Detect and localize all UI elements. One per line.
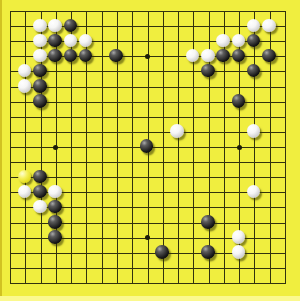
grid-horizontal-line (10, 283, 286, 284)
stone-black (64, 49, 78, 63)
stone-black (155, 245, 169, 259)
stone-black (48, 200, 62, 214)
stone-white (79, 34, 93, 48)
stone-white (170, 124, 184, 138)
stone-white (33, 49, 47, 63)
stone-black (79, 49, 93, 63)
stone-black (216, 49, 230, 63)
stone-white (247, 19, 261, 33)
stone-black (232, 94, 246, 108)
stone-black (48, 230, 62, 244)
grid-vertical-line (285, 11, 286, 284)
hoshi-point (145, 54, 150, 59)
stone-black (48, 215, 62, 229)
stone-black (33, 94, 47, 108)
grid-vertical-line (254, 11, 255, 284)
stone-marker (18, 170, 32, 184)
stone-white (18, 79, 32, 93)
stone-white (232, 34, 246, 48)
stone-black (201, 64, 215, 78)
grid-horizontal-line (10, 162, 286, 163)
stone-white (186, 49, 200, 63)
stone-black (64, 19, 78, 33)
stone-white (247, 185, 261, 199)
stone-white (232, 230, 246, 244)
stone-white (262, 19, 276, 33)
stone-white (48, 19, 62, 33)
stone-black (232, 49, 246, 63)
hoshi-point (53, 145, 58, 150)
stone-black (109, 49, 123, 63)
grid-horizontal-line (10, 268, 286, 269)
stone-white (33, 19, 47, 33)
window-edge-left (0, 0, 2, 301)
stone-white (247, 124, 261, 138)
go-board[interactable] (0, 0, 300, 301)
stone-black (262, 49, 276, 63)
stone-white (64, 34, 78, 48)
stone-white (18, 185, 32, 199)
stone-black (33, 170, 47, 184)
hoshi-point (145, 235, 150, 240)
stone-white (48, 185, 62, 199)
stone-black (247, 64, 261, 78)
stone-black (140, 139, 154, 153)
grid-vertical-line (163, 11, 164, 284)
stone-black (201, 245, 215, 259)
stone-white (33, 34, 47, 48)
stone-black (33, 79, 47, 93)
stone-white (18, 64, 32, 78)
stone-white (216, 34, 230, 48)
stone-black (33, 64, 47, 78)
stone-white (33, 200, 47, 214)
stone-black (33, 185, 47, 199)
stone-white (232, 245, 246, 259)
stone-black (247, 34, 261, 48)
hoshi-point (237, 145, 242, 150)
stone-black (201, 215, 215, 229)
stone-black (48, 49, 62, 63)
grid-horizontal-line (10, 177, 286, 178)
stone-black (48, 34, 62, 48)
grid-vertical-line (178, 11, 179, 284)
stone-white (201, 49, 215, 63)
window-edge-bottom (0, 296, 300, 301)
